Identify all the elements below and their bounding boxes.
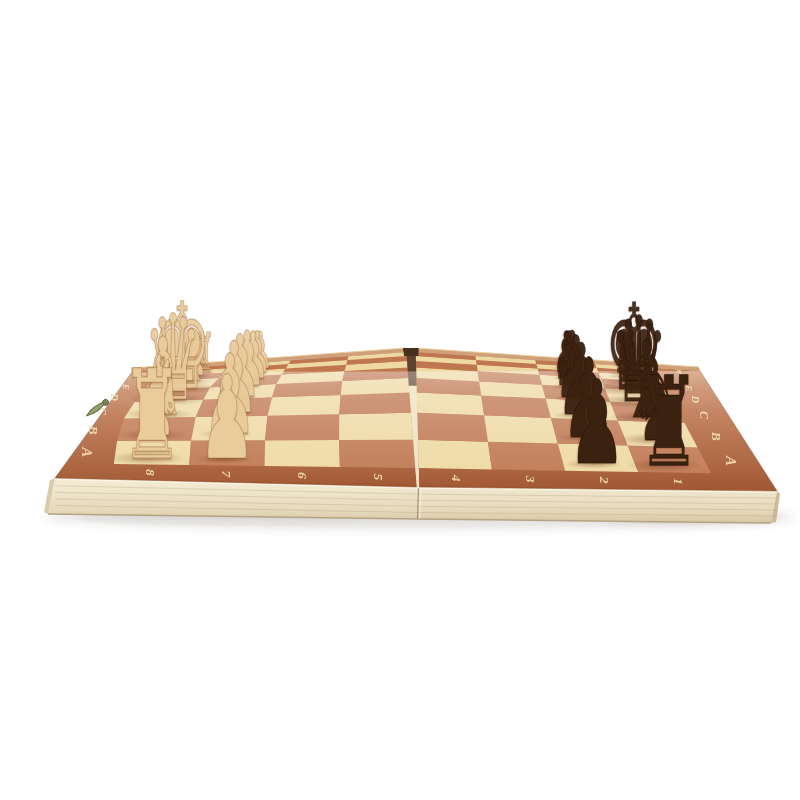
product-photo-stage: 8765ABCDEFGH 4321ABCDEFGH ♜♞♝♛♚♝♞♜♟♟♟♟♟♟… <box>0 0 800 800</box>
haze-overlay <box>55 371 777 491</box>
chessboard-scene-svg: 8765ABCDEFGH 4321ABCDEFGH <box>0 0 800 800</box>
seam-back-notch <box>403 348 419 356</box>
